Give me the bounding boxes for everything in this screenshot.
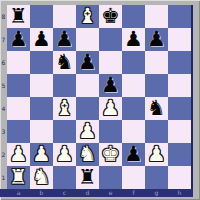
square-h8[interactable] <box>168 5 191 28</box>
white-rook[interactable]: ♜ <box>7 166 30 189</box>
square-f8[interactable] <box>122 5 145 28</box>
square-b1[interactable]: ♞ <box>30 166 53 189</box>
rank-label-4: 4 <box>0 97 7 120</box>
square-g6[interactable] <box>145 51 168 74</box>
square-d8[interactable]: ♝ <box>76 5 99 28</box>
rank-label-7: 7 <box>0 28 7 51</box>
board-frame: ♜♝♚♟♟♟♟♟♞♟♟♝♟♞♟♟♟♟♞♚♟♟♜♞♜ 87654321 abcde… <box>0 0 200 200</box>
black-knight[interactable]: ♞ <box>53 51 76 74</box>
file-label-e: e <box>99 189 122 197</box>
square-e6[interactable] <box>99 51 122 74</box>
white-pawn[interactable]: ♟ <box>30 143 53 166</box>
rank-label-3: 3 <box>0 120 7 143</box>
rank-label-6: 6 <box>0 51 7 74</box>
black-pawn[interactable]: ♟ <box>122 28 145 51</box>
square-a6[interactable] <box>7 51 30 74</box>
square-f1[interactable] <box>122 166 145 189</box>
square-a2[interactable]: ♟ <box>7 143 30 166</box>
square-c3[interactable] <box>53 120 76 143</box>
square-h2[interactable] <box>168 143 191 166</box>
black-rook[interactable]: ♜ <box>76 166 99 189</box>
white-knight[interactable]: ♞ <box>30 166 53 189</box>
square-g2[interactable]: ♟ <box>145 143 168 166</box>
square-e2[interactable]: ♚ <box>99 143 122 166</box>
black-pawn[interactable]: ♟ <box>145 28 168 51</box>
square-b8[interactable] <box>30 5 53 28</box>
white-pawn[interactable]: ♟ <box>7 143 30 166</box>
square-e1[interactable] <box>99 166 122 189</box>
square-h6[interactable] <box>168 51 191 74</box>
square-b2[interactable]: ♟ <box>30 143 53 166</box>
square-f2[interactable]: ♟ <box>122 143 145 166</box>
white-pawn[interactable]: ♟ <box>53 143 76 166</box>
square-e3[interactable] <box>99 120 122 143</box>
file-label-h: h <box>168 189 191 197</box>
square-c8[interactable] <box>53 5 76 28</box>
black-pawn[interactable]: ♟ <box>122 143 145 166</box>
black-king[interactable]: ♚ <box>99 5 122 28</box>
square-h1[interactable] <box>168 166 191 189</box>
square-b4[interactable] <box>30 97 53 120</box>
square-c7[interactable]: ♟ <box>53 28 76 51</box>
square-b5[interactable] <box>30 74 53 97</box>
square-d1[interactable]: ♜ <box>76 166 99 189</box>
square-h4[interactable] <box>168 97 191 120</box>
square-d3[interactable]: ♟ <box>76 120 99 143</box>
black-pawn[interactable]: ♟ <box>53 28 76 51</box>
square-f4[interactable] <box>122 97 145 120</box>
rank-label-2: 2 <box>0 143 7 166</box>
square-g8[interactable] <box>145 5 168 28</box>
black-pawn[interactable]: ♟ <box>99 74 122 97</box>
square-d7[interactable] <box>76 28 99 51</box>
square-g4[interactable]: ♞ <box>145 97 168 120</box>
black-pawn[interactable]: ♟ <box>30 28 53 51</box>
square-d6[interactable]: ♟ <box>76 51 99 74</box>
square-f5[interactable] <box>122 74 145 97</box>
square-e8[interactable]: ♚ <box>99 5 122 28</box>
square-b6[interactable] <box>30 51 53 74</box>
black-pawn[interactable]: ♟ <box>7 28 30 51</box>
square-a4[interactable] <box>7 97 30 120</box>
file-label-g: g <box>145 189 168 197</box>
square-d4[interactable] <box>76 97 99 120</box>
file-label-b: b <box>30 189 53 197</box>
square-a1[interactable]: ♜ <box>7 166 30 189</box>
black-rook[interactable]: ♜ <box>7 5 30 28</box>
square-g7[interactable]: ♟ <box>145 28 168 51</box>
square-e5[interactable]: ♟ <box>99 74 122 97</box>
square-d5[interactable] <box>76 74 99 97</box>
square-a8[interactable]: ♜ <box>7 5 30 28</box>
square-a3[interactable] <box>7 120 30 143</box>
square-e7[interactable] <box>99 28 122 51</box>
file-labels-strip: abcdefgh <box>0 189 193 197</box>
square-a7[interactable]: ♟ <box>7 28 30 51</box>
black-knight[interactable]: ♞ <box>145 97 168 120</box>
square-c2[interactable]: ♟ <box>53 143 76 166</box>
square-f6[interactable] <box>122 51 145 74</box>
white-bishop[interactable]: ♝ <box>76 5 99 28</box>
black-pawn[interactable]: ♟ <box>76 51 99 74</box>
white-bishop[interactable]: ♝ <box>53 97 76 120</box>
rank-label-5: 5 <box>0 74 7 97</box>
square-f7[interactable]: ♟ <box>122 28 145 51</box>
square-g5[interactable] <box>145 74 168 97</box>
file-label-d: d <box>76 189 99 197</box>
square-h5[interactable] <box>168 74 191 97</box>
file-label-a: a <box>7 189 30 197</box>
white-pawn[interactable]: ♟ <box>145 143 168 166</box>
square-g1[interactable] <box>145 166 168 189</box>
square-g3[interactable] <box>145 120 168 143</box>
white-pawn[interactable]: ♟ <box>76 120 99 143</box>
square-c6[interactable]: ♞ <box>53 51 76 74</box>
square-c1[interactable] <box>53 166 76 189</box>
square-c4[interactable]: ♝ <box>53 97 76 120</box>
square-b7[interactable]: ♟ <box>30 28 53 51</box>
white-king[interactable]: ♚ <box>99 143 122 166</box>
square-h3[interactable] <box>168 120 191 143</box>
rank-label-1: 1 <box>0 166 7 189</box>
square-e4[interactable]: ♟ <box>99 97 122 120</box>
white-pawn[interactable]: ♟ <box>99 97 122 120</box>
square-b3[interactable] <box>30 120 53 143</box>
chess-board: ♜♝♚♟♟♟♟♟♞♟♟♝♟♞♟♟♟♟♞♚♟♟♜♞♜ <box>7 5 193 189</box>
square-c5[interactable] <box>53 74 76 97</box>
file-label-c: c <box>53 189 76 197</box>
square-d2[interactable]: ♞ <box>76 143 99 166</box>
square-h7[interactable] <box>168 28 191 51</box>
rank-label-8: 8 <box>0 5 7 28</box>
white-knight[interactable]: ♞ <box>76 143 99 166</box>
square-f3[interactable] <box>122 120 145 143</box>
file-label-f: f <box>122 189 145 197</box>
square-a5[interactable] <box>7 74 30 97</box>
